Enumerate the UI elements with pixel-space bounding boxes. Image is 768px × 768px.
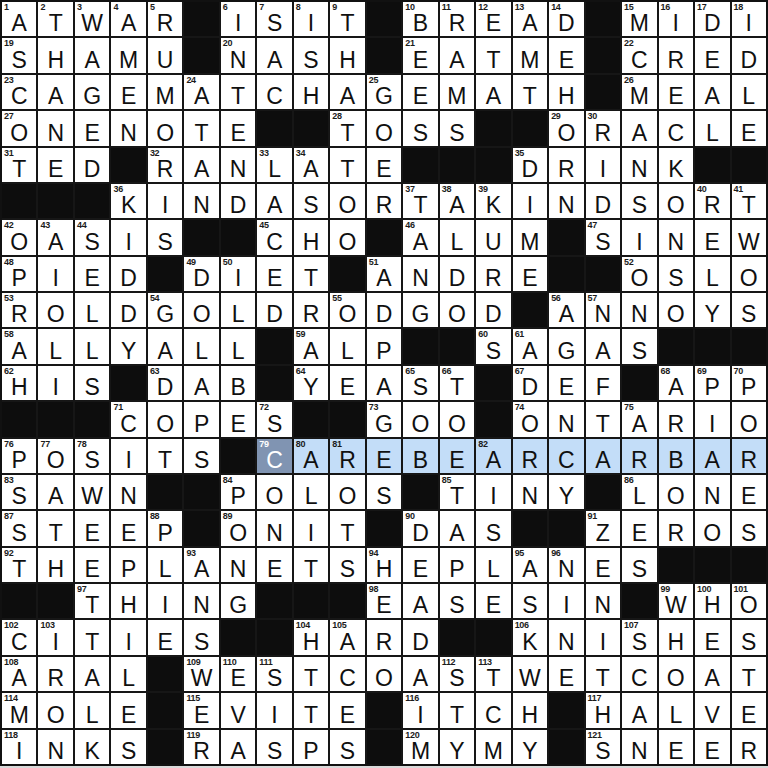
cell[interactable]: N [111,111,145,145]
cell[interactable]: 76P [2,439,36,473]
cell[interactable]: 2T [38,2,72,36]
cell[interactable]: 41T [732,184,766,218]
highlighted-cell[interactable]: 80A [294,439,328,473]
cell[interactable]: T [330,148,364,182]
cell[interactable]: O [330,475,364,509]
cell[interactable]: N [549,620,583,654]
cell[interactable]: I [476,475,510,509]
cell[interactable]: R [659,402,693,436]
cell[interactable]: 83S [2,475,36,509]
cell[interactable]: O [659,184,693,218]
cell[interactable]: 17D [695,2,729,36]
cell[interactable]: 109W [184,657,218,691]
cell[interactable]: 101O [732,584,766,618]
cell[interactable]: N [549,402,583,436]
cell[interactable]: 115E [184,693,218,727]
cell[interactable]: I [513,184,547,218]
cell[interactable]: S [403,111,437,145]
cell[interactable]: 55O [330,293,364,327]
cell[interactable]: O [38,293,72,327]
cell[interactable]: S [732,511,766,545]
cell[interactable]: E [111,693,145,727]
cell[interactable]: A [257,184,291,218]
cell[interactable]: I [622,220,656,254]
cell[interactable]: 49D [184,257,218,291]
cell[interactable]: E [659,75,693,109]
cell[interactable]: T [586,657,620,691]
cell[interactable]: H [38,548,72,582]
cell[interactable]: R [367,620,401,654]
cell[interactable]: 31T [2,148,36,182]
cell[interactable]: C [330,657,364,691]
cell[interactable]: E [111,511,145,545]
cell[interactable]: E [732,475,766,509]
cell[interactable]: 120M [403,730,437,764]
cell[interactable]: N [659,220,693,254]
cell[interactable]: A [75,657,109,691]
cell[interactable]: N [111,475,145,509]
cell[interactable]: 102C [2,620,36,654]
cell[interactable]: 94H [367,548,401,582]
cell[interactable]: 44S [75,220,109,254]
cell[interactable]: O [440,402,474,436]
cell[interactable]: L [476,548,510,582]
cell[interactable]: 98E [367,584,401,618]
cell[interactable]: T [148,439,182,473]
cell[interactable]: O [330,184,364,218]
highlighted-cell[interactable]: B [659,439,693,473]
cell[interactable]: A [695,657,729,691]
cell[interactable]: A [440,511,474,545]
cell[interactable]: 37T [403,184,437,218]
cell[interactable]: 66T [440,366,474,400]
cell[interactable]: G [221,584,255,618]
cell[interactable]: E [38,148,72,182]
cell[interactable]: A [403,584,437,618]
cell[interactable]: 38A [440,184,474,218]
cell[interactable]: N [622,148,656,182]
cell[interactable]: 100H [695,584,729,618]
cell[interactable]: L [111,657,145,691]
cell[interactable]: 12E [476,2,510,36]
cell[interactable]: 77O [38,439,72,473]
cell[interactable]: H [513,693,547,727]
cell[interactable]: B [221,366,255,400]
cell[interactable]: R [549,148,583,182]
cell[interactable]: E [330,693,364,727]
cell[interactable]: S [184,620,218,654]
cell[interactable]: M [513,38,547,72]
cell[interactable]: L [695,257,729,291]
cell[interactable]: M [111,38,145,72]
cell[interactable]: D [111,257,145,291]
cell[interactable]: K [75,730,109,764]
cell[interactable]: 60S [476,329,510,363]
highlighted-cell[interactable]: A [695,439,729,473]
cell[interactable]: 40R [695,184,729,218]
cell[interactable]: 92T [2,548,36,582]
cell[interactable]: L [75,329,109,363]
cell[interactable]: S [732,620,766,654]
cell[interactable]: N [38,111,72,145]
cell[interactable]: S [440,111,474,145]
highlighted-cell[interactable]: 82A [476,439,510,473]
cell[interactable]: 72S [257,402,291,436]
cell[interactable]: 121S [586,730,620,764]
cell[interactable]: Y [695,293,729,327]
cell[interactable]: 4A [111,2,145,36]
cell[interactable]: S [367,475,401,509]
cell[interactable]: 15M [622,2,656,36]
cell[interactable]: 112S [440,657,474,691]
cell[interactable]: O [732,402,766,436]
cell[interactable]: A [440,38,474,72]
cell[interactable]: 5R [148,2,182,36]
cell[interactable]: E [695,620,729,654]
cell[interactable]: A [586,329,620,363]
cell[interactable]: N [221,548,255,582]
cell[interactable]: S [476,511,510,545]
cell[interactable]: D [257,293,291,327]
cell[interactable]: 57N [586,293,620,327]
cell[interactable]: H [111,584,145,618]
cell[interactable]: 10B [403,2,437,36]
cell[interactable]: 32R [148,148,182,182]
cell[interactable]: T [184,111,218,145]
cell[interactable]: 56A [549,293,583,327]
cell[interactable]: 64Y [294,366,328,400]
cell[interactable]: 9T [330,2,364,36]
cell[interactable]: G [403,293,437,327]
cell[interactable]: G [549,329,583,363]
cell[interactable]: O [38,693,72,727]
cell[interactable]: Y [440,730,474,764]
cell[interactable]: H [38,38,72,72]
cell[interactable]: E [549,657,583,691]
cell[interactable]: E [403,548,437,582]
cell[interactable]: 74O [513,402,547,436]
cell[interactable]: 84P [221,475,255,509]
cell[interactable]: A [622,111,656,145]
cell[interactable]: 108A [2,657,36,691]
cell[interactable]: L [659,693,693,727]
cell[interactable]: 18I [732,2,766,36]
cell[interactable]: E [75,257,109,291]
cell[interactable]: E [732,693,766,727]
cell[interactable]: E [586,548,620,582]
highlighted-cell[interactable]: R [513,439,547,473]
cell[interactable]: S [257,730,291,764]
highlighted-cell[interactable]: 81R [330,439,364,473]
cell[interactable]: 117H [586,693,620,727]
cell[interactable]: T [330,511,364,545]
cell[interactable]: 53R [2,293,36,327]
cell[interactable]: 105A [330,620,364,654]
cell[interactable]: P [294,730,328,764]
cell[interactable]: N [38,730,72,764]
cell[interactable]: L [330,329,364,363]
cell[interactable]: E [403,75,437,109]
cell[interactable]: N [586,584,620,618]
cell[interactable]: A [330,75,364,109]
cell[interactable]: F [586,366,620,400]
highlighted-cell[interactable]: E [440,439,474,473]
cell[interactable]: N [257,511,291,545]
cell[interactable]: A [367,366,401,400]
cell[interactable]: 68A [659,366,693,400]
cell[interactable]: T [75,620,109,654]
cell[interactable]: E [221,111,255,145]
cell[interactable]: 65S [403,366,437,400]
cell[interactable]: 48P [2,257,36,291]
cell[interactable]: Y [549,475,583,509]
cell[interactable]: 111S [257,657,291,691]
cell[interactable]: W [75,475,109,509]
cell[interactable]: H [659,620,693,654]
cell[interactable]: S [294,184,328,218]
cell[interactable]: 11R [440,2,474,36]
cell[interactable]: T [38,511,72,545]
cell[interactable]: L [148,548,182,582]
cell[interactable]: 23C [2,75,36,109]
cell[interactable]: 87S [2,511,36,545]
cell[interactable]: H [294,220,328,254]
cell[interactable]: 62H [2,366,36,400]
cell[interactable]: 90D [403,511,437,545]
cell[interactable]: 1A [2,2,36,36]
cell[interactable]: 35D [513,148,547,182]
cell[interactable]: R [659,511,693,545]
cell[interactable]: U [476,220,510,254]
cell[interactable]: C [257,75,291,109]
cell[interactable]: M [440,75,474,109]
cell[interactable]: 13A [513,2,547,36]
cell[interactable]: A [476,75,510,109]
cell[interactable]: R [476,257,510,291]
cell[interactable]: 91Z [586,511,620,545]
cell[interactable]: C [476,693,510,727]
cell[interactable]: 99W [659,584,693,618]
cell[interactable]: E [659,730,693,764]
cell[interactable]: N [184,184,218,218]
cell[interactable]: 95A [513,548,547,582]
cell[interactable]: P [111,548,145,582]
cell[interactable]: H [294,75,328,109]
cell[interactable]: T [294,548,328,582]
cell[interactable]: 104H [294,620,328,654]
cell[interactable]: 25G [367,75,401,109]
cell[interactable]: 58A [2,329,36,363]
cell[interactable]: D [732,38,766,72]
highlighted-cell[interactable]: R [622,439,656,473]
cell[interactable]: 26M [622,75,656,109]
cell[interactable]: L [38,329,72,363]
cell[interactable]: 89O [221,511,255,545]
cell[interactable]: N [513,475,547,509]
cell[interactable]: 30R [586,111,620,145]
cell[interactable]: 14D [549,2,583,36]
cell[interactable]: P [367,329,401,363]
cell[interactable]: C [622,657,656,691]
cell[interactable]: 3W [75,2,109,36]
cell[interactable]: 28T [330,111,364,145]
cell[interactable]: A [38,75,72,109]
cell[interactable]: S [75,366,109,400]
cell[interactable]: H [549,75,583,109]
cell[interactable]: D [440,257,474,291]
cell[interactable]: 20N [221,38,255,72]
highlighted-cell[interactable]: E [367,439,401,473]
cell[interactable]: A [403,657,437,691]
cell[interactable]: 34A [294,148,328,182]
cell[interactable]: A [695,75,729,109]
cell[interactable]: I [549,584,583,618]
cell[interactable]: A [184,366,218,400]
cell[interactable]: E [367,148,401,182]
cell[interactable]: C [659,111,693,145]
cell[interactable]: S [330,730,364,764]
cell[interactable]: 7S [257,2,291,36]
cell[interactable]: S [622,329,656,363]
cell[interactable]: 8I [294,2,328,36]
cell[interactable]: N [221,148,255,182]
cell[interactable]: O [148,402,182,436]
cell[interactable]: A [257,38,291,72]
cell[interactable]: M [513,220,547,254]
cell[interactable]: D [367,293,401,327]
cell[interactable]: O [330,220,364,254]
cell[interactable]: 106K [513,620,547,654]
cell[interactable]: 110E [221,657,255,691]
cell[interactable]: S [622,184,656,218]
cell[interactable]: D [586,184,620,218]
cell[interactable]: T [294,257,328,291]
cell[interactable]: 96N [549,548,583,582]
cell[interactable]: 59A [294,329,328,363]
cell[interactable]: Y [111,329,145,363]
cell[interactable]: A [184,148,218,182]
cell[interactable]: T [294,657,328,691]
cell[interactable]: 52O [622,257,656,291]
cell[interactable]: 119R [184,730,218,764]
cell[interactable]: N [403,257,437,291]
cell[interactable]: O [659,475,693,509]
cell[interactable]: 27O [2,111,36,145]
cell[interactable]: E [476,584,510,618]
cell[interactable]: 33L [257,148,291,182]
cell[interactable]: 70P [732,366,766,400]
cell[interactable]: A [75,38,109,72]
cell[interactable]: 22C [622,38,656,72]
cell[interactable]: O [184,293,218,327]
cell[interactable]: 86L [622,475,656,509]
cell[interactable]: L [221,329,255,363]
cell[interactable]: L [221,293,255,327]
cell[interactable]: N [695,475,729,509]
cell[interactable]: 73G [367,402,401,436]
cell[interactable]: S [440,584,474,618]
cell[interactable]: P [184,402,218,436]
cell[interactable]: I [38,366,72,400]
cell[interactable]: 16I [659,2,693,36]
cell[interactable]: S [659,257,693,291]
cell[interactable]: W [513,657,547,691]
cell[interactable]: S [330,548,364,582]
cell[interactable]: S [184,439,218,473]
cell[interactable]: T [476,38,510,72]
cell[interactable]: 114M [2,693,36,727]
cell[interactable]: I [111,220,145,254]
cell[interactable]: 88P [148,511,182,545]
cell[interactable]: 71C [111,402,145,436]
cell[interactable]: O [148,111,182,145]
cell[interactable]: 19S [2,38,36,72]
cell[interactable]: N [184,584,218,618]
cell[interactable]: E [148,620,182,654]
cell[interactable]: 42O [2,220,36,254]
cell[interactable]: T [294,693,328,727]
cell[interactable]: R [367,184,401,218]
cell[interactable]: 69P [695,366,729,400]
cell[interactable]: R [732,730,766,764]
cell[interactable]: 45C [257,220,291,254]
cell[interactable]: E [695,38,729,72]
cell[interactable]: E [732,111,766,145]
cell[interactable]: E [75,111,109,145]
cell[interactable]: 118I [2,730,36,764]
cell[interactable]: K [659,148,693,182]
cell[interactable]: I [695,402,729,436]
cell[interactable]: I [257,693,291,727]
cell[interactable]: I [148,184,182,218]
cell[interactable]: W [732,220,766,254]
cell[interactable]: D [403,620,437,654]
cell[interactable]: 113T [476,657,510,691]
cell[interactable]: 39K [476,184,510,218]
cell[interactable]: G [75,75,109,109]
cell[interactable]: Y [513,730,547,764]
cell[interactable]: 97T [75,584,109,618]
cell[interactable]: E [695,220,729,254]
cell[interactable]: H [330,38,364,72]
cell[interactable]: O [367,657,401,691]
cell[interactable]: 61A [513,329,547,363]
cell[interactable]: E [221,402,255,436]
cell[interactable]: E [75,548,109,582]
highlighted-cell[interactable]: A [586,439,620,473]
cell[interactable]: 54G [148,293,182,327]
cell[interactable]: I [148,584,182,618]
highlighted-cell[interactable]: C [549,439,583,473]
cell[interactable]: S [622,548,656,582]
cell[interactable]: 21E [403,38,437,72]
cell[interactable]: 46A [403,220,437,254]
cell[interactable]: 51A [367,257,401,291]
cell[interactable]: A [148,329,182,363]
cell[interactable]: 93A [184,548,218,582]
cell[interactable]: V [695,693,729,727]
cell[interactable]: L [440,220,474,254]
cell[interactable]: O [367,111,401,145]
highlighted-cell[interactable]: B [403,439,437,473]
cell[interactable]: 36K [111,184,145,218]
cell[interactable]: S [732,293,766,327]
cell[interactable]: U [148,38,182,72]
cell[interactable]: O [695,511,729,545]
cell[interactable]: R [294,293,328,327]
cell[interactable]: E [257,548,291,582]
cell[interactable]: 116I [403,693,437,727]
